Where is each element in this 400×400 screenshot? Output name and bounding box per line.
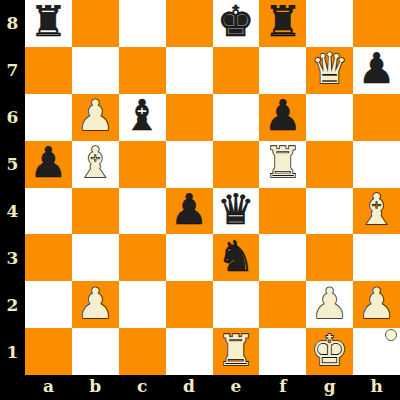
square-g1[interactable]: ♚ — [306, 328, 353, 375]
square-d3[interactable] — [166, 234, 213, 281]
square-d8[interactable] — [166, 0, 213, 47]
square-c4[interactable] — [119, 188, 166, 235]
square-a5[interactable]: ♟ — [25, 141, 72, 188]
square-g5[interactable] — [306, 141, 353, 188]
black-rook[interactable]: ♜ — [30, 1, 68, 43]
square-f6[interactable]: ♟ — [259, 94, 306, 141]
square-f7[interactable] — [259, 47, 306, 94]
rank-label-6: 6 — [0, 94, 25, 141]
black-pawn[interactable]: ♟ — [30, 142, 68, 184]
square-b5[interactable]: ♝ — [72, 141, 119, 188]
square-h4[interactable]: ♝ — [353, 188, 400, 235]
square-b4[interactable] — [72, 188, 119, 235]
square-d1[interactable] — [166, 328, 213, 375]
square-h7[interactable]: ♟ — [353, 47, 400, 94]
black-bishop[interactable]: ♝ — [123, 95, 161, 137]
file-label-g: g — [306, 375, 353, 400]
white-pawn[interactable]: ♟ — [358, 283, 396, 325]
white-king[interactable]: ♚ — [311, 330, 349, 372]
square-a4[interactable] — [25, 188, 72, 235]
white-bishop[interactable]: ♝ — [76, 142, 114, 184]
square-d5[interactable] — [166, 141, 213, 188]
square-c2[interactable] — [119, 281, 166, 328]
black-pawn[interactable]: ♟ — [358, 48, 396, 90]
square-d4[interactable]: ♟ — [166, 188, 213, 235]
file-labels: abcdefgh — [25, 375, 400, 400]
white-rook[interactable]: ♜ — [217, 330, 255, 372]
chess-board: ♜♚♜♛♟♟♝♟♟♝♜♟♛♝♞♟♟♟♜♚ — [25, 0, 400, 375]
square-f1[interactable] — [259, 328, 306, 375]
white-pawn[interactable]: ♟ — [76, 283, 114, 325]
white-pawn[interactable]: ♟ — [311, 283, 349, 325]
square-e1[interactable]: ♜ — [213, 328, 260, 375]
white-queen[interactable]: ♛ — [311, 48, 349, 90]
square-h8[interactable] — [353, 0, 400, 47]
rank-label-7: 7 — [0, 47, 25, 94]
square-d6[interactable] — [166, 94, 213, 141]
square-h3[interactable] — [353, 234, 400, 281]
square-g3[interactable] — [306, 234, 353, 281]
square-a1[interactable] — [25, 328, 72, 375]
square-f3[interactable] — [259, 234, 306, 281]
square-e3[interactable]: ♞ — [213, 234, 260, 281]
rank-label-2: 2 — [0, 281, 25, 328]
square-b6[interactable]: ♟ — [72, 94, 119, 141]
square-b2[interactable]: ♟ — [72, 281, 119, 328]
square-b7[interactable] — [72, 47, 119, 94]
file-label-f: f — [259, 375, 306, 400]
square-a7[interactable] — [25, 47, 72, 94]
black-knight[interactable]: ♞ — [217, 236, 255, 278]
square-f5[interactable]: ♜ — [259, 141, 306, 188]
black-pawn[interactable]: ♟ — [264, 95, 302, 137]
file-label-a: a — [25, 375, 72, 400]
black-queen[interactable]: ♛ — [217, 189, 255, 231]
square-c5[interactable] — [119, 141, 166, 188]
square-g6[interactable] — [306, 94, 353, 141]
square-f8[interactable]: ♜ — [259, 0, 306, 47]
file-label-h: h — [353, 375, 400, 400]
white-rook[interactable]: ♜ — [264, 142, 302, 184]
square-b3[interactable] — [72, 234, 119, 281]
square-c7[interactable] — [119, 47, 166, 94]
rank-label-1: 1 — [0, 328, 25, 375]
file-label-c: c — [119, 375, 166, 400]
rank-labels: 87654321 — [0, 0, 25, 375]
square-d7[interactable] — [166, 47, 213, 94]
square-c1[interactable] — [119, 328, 166, 375]
file-label-d: d — [166, 375, 213, 400]
square-a6[interactable] — [25, 94, 72, 141]
rank-label-5: 5 — [0, 141, 25, 188]
file-label-e: e — [213, 375, 260, 400]
square-d2[interactable] — [166, 281, 213, 328]
rank-label-8: 8 — [0, 0, 25, 47]
square-h6[interactable] — [353, 94, 400, 141]
square-h2[interactable]: ♟ — [353, 281, 400, 328]
white-to-move-indicator — [385, 329, 397, 341]
square-a8[interactable]: ♜ — [25, 0, 72, 47]
square-e6[interactable] — [213, 94, 260, 141]
square-h5[interactable] — [353, 141, 400, 188]
square-b1[interactable] — [72, 328, 119, 375]
square-e8[interactable]: ♚ — [213, 0, 260, 47]
square-f4[interactable] — [259, 188, 306, 235]
square-e5[interactable] — [213, 141, 260, 188]
square-c6[interactable]: ♝ — [119, 94, 166, 141]
square-b8[interactable] — [72, 0, 119, 47]
rank-label-3: 3 — [0, 234, 25, 281]
white-pawn[interactable]: ♟ — [76, 95, 114, 137]
chess-diagram: 87654321 ♜♚♜♛♟♟♝♟♟♝♜♟♛♝♞♟♟♟♜♚ abcdefgh — [0, 0, 400, 400]
square-g2[interactable]: ♟ — [306, 281, 353, 328]
white-bishop[interactable]: ♝ — [358, 189, 396, 231]
square-g8[interactable] — [306, 0, 353, 47]
black-rook[interactable]: ♜ — [264, 1, 302, 43]
square-g4[interactable] — [306, 188, 353, 235]
square-c8[interactable] — [119, 0, 166, 47]
square-g7[interactable]: ♛ — [306, 47, 353, 94]
file-label-b: b — [72, 375, 119, 400]
square-e7[interactable] — [213, 47, 260, 94]
square-a3[interactable] — [25, 234, 72, 281]
rank-label-4: 4 — [0, 188, 25, 235]
square-a2[interactable] — [25, 281, 72, 328]
black-king[interactable]: ♚ — [217, 1, 255, 43]
square-e4[interactable]: ♛ — [213, 188, 260, 235]
black-pawn[interactable]: ♟ — [170, 189, 208, 231]
square-c3[interactable] — [119, 234, 166, 281]
square-f2[interactable] — [259, 281, 306, 328]
square-e2[interactable] — [213, 281, 260, 328]
